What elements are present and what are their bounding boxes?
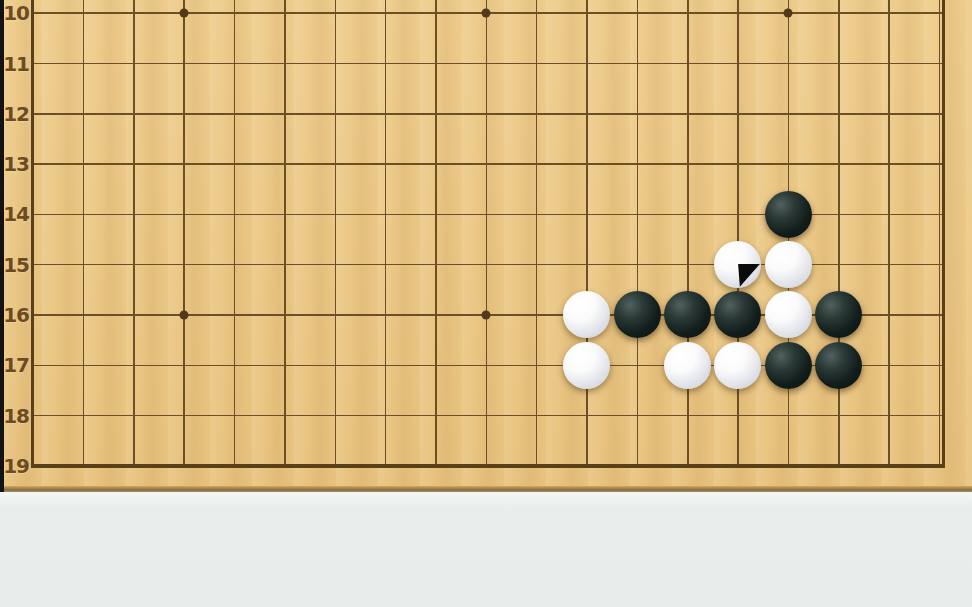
intersection-R11[interactable]	[814, 38, 864, 88]
intersection-J10[interactable]	[411, 0, 461, 38]
intersection-R19[interactable]	[814, 441, 864, 491]
intersection-B19[interactable]	[58, 441, 108, 491]
intersection-M15[interactable]	[562, 239, 612, 289]
intersection-E10[interactable]	[209, 0, 259, 38]
intersection-P18[interactable]	[713, 390, 763, 440]
intersection-Q10[interactable]	[763, 0, 813, 38]
intersection-K11[interactable]	[461, 38, 511, 88]
intersection-S17[interactable]	[864, 340, 914, 390]
intersection-K12[interactable]	[461, 89, 511, 139]
intersection-N13[interactable]	[612, 139, 662, 189]
intersection-K17[interactable]	[461, 340, 511, 390]
intersection-R10[interactable]	[814, 0, 864, 38]
intersection-P17	[713, 340, 763, 390]
intersection-P10[interactable]	[713, 0, 763, 38]
intersection-K13[interactable]	[461, 139, 511, 189]
intersection-A15[interactable]	[8, 239, 58, 289]
intersection-S12[interactable]	[864, 89, 914, 139]
intersection-O17	[662, 340, 712, 390]
intersection-Q13[interactable]	[763, 139, 813, 189]
intersection-J18[interactable]	[411, 390, 461, 440]
white-stone-M16	[563, 291, 610, 338]
intersection-F16[interactable]	[260, 290, 310, 340]
intersection-M19[interactable]	[562, 441, 612, 491]
intersection-H14[interactable]	[360, 189, 410, 239]
intersection-L19[interactable]	[511, 441, 561, 491]
intersection-E14[interactable]	[209, 189, 259, 239]
intersection-G13[interactable]	[310, 139, 360, 189]
intersection-N15[interactable]	[612, 239, 662, 289]
intersection-M13[interactable]	[562, 139, 612, 189]
intersection-D12[interactable]	[159, 89, 209, 139]
intersection-J15[interactable]	[411, 239, 461, 289]
black-stone-Q14	[765, 191, 812, 238]
intersection-T10[interactable]	[914, 0, 964, 38]
intersection-A18[interactable]	[8, 390, 58, 440]
intersection-D18[interactable]	[159, 390, 209, 440]
intersection-C12[interactable]	[109, 89, 159, 139]
intersection-J19[interactable]	[411, 441, 461, 491]
intersection-Q18[interactable]	[763, 390, 813, 440]
black-stone-P16	[714, 291, 761, 338]
intersection-H17[interactable]	[360, 340, 410, 390]
intersection-D11[interactable]	[159, 38, 209, 88]
black-stone-R16	[815, 291, 862, 338]
intersection-C19[interactable]	[109, 441, 159, 491]
white-stone-Q16	[765, 291, 812, 338]
intersection-E17[interactable]	[209, 340, 259, 390]
intersection-M12[interactable]	[562, 89, 612, 139]
black-stone-N16	[614, 291, 661, 338]
intersection-G16[interactable]	[310, 290, 360, 340]
intersection-O10[interactable]	[662, 0, 712, 38]
intersection-T15[interactable]	[914, 239, 964, 289]
intersection-C15[interactable]	[109, 239, 159, 289]
intersection-R18[interactable]	[814, 390, 864, 440]
intersection-G15[interactable]	[310, 239, 360, 289]
intersection-M10[interactable]	[562, 0, 612, 38]
intersection-K15[interactable]	[461, 239, 511, 289]
intersection-C10[interactable]	[109, 0, 159, 38]
intersection-L12[interactable]	[511, 89, 561, 139]
black-stone-R17	[815, 342, 862, 389]
intersection-T16[interactable]	[914, 290, 964, 340]
intersection-Q12[interactable]	[763, 89, 813, 139]
intersection-J12[interactable]	[411, 89, 461, 139]
intersection-L11[interactable]	[511, 38, 561, 88]
intersection-F13[interactable]	[260, 139, 310, 189]
intersection-N16	[612, 290, 662, 340]
intersection-T13[interactable]	[914, 139, 964, 189]
black-stone-Q17	[765, 342, 812, 389]
intersection-F12[interactable]	[260, 89, 310, 139]
intersection-A11[interactable]	[8, 38, 58, 88]
intersection-Q15	[763, 239, 813, 289]
intersection-B12[interactable]	[58, 89, 108, 139]
intersection-B16[interactable]	[58, 290, 108, 340]
intersection-O12[interactable]	[662, 89, 712, 139]
intersection-O19[interactable]	[662, 441, 712, 491]
intersection-A19[interactable]	[8, 441, 58, 491]
intersection-O15[interactable]	[662, 239, 712, 289]
intersection-E16[interactable]	[209, 290, 259, 340]
intersection-G14[interactable]	[310, 189, 360, 239]
bottom-panel	[0, 492, 972, 607]
intersection-H19[interactable]	[360, 441, 410, 491]
intersection-S18[interactable]	[864, 390, 914, 440]
intersection-J13[interactable]	[411, 139, 461, 189]
intersection-E11[interactable]	[209, 38, 259, 88]
intersection-D19[interactable]	[159, 441, 209, 491]
intersection-S10[interactable]	[864, 0, 914, 38]
intersection-M11[interactable]	[562, 38, 612, 88]
intersection-E13[interactable]	[209, 139, 259, 189]
intersection-B15[interactable]	[58, 239, 108, 289]
intersection-A16[interactable]	[8, 290, 58, 340]
intersection-J16[interactable]	[411, 290, 461, 340]
intersection-S15[interactable]	[864, 239, 914, 289]
intersection-H10[interactable]	[360, 0, 410, 38]
intersection-G18[interactable]	[310, 390, 360, 440]
intersection-L15[interactable]	[511, 239, 561, 289]
intersection-N18[interactable]	[612, 390, 662, 440]
intersection-K18[interactable]	[461, 390, 511, 440]
intersection-J17[interactable]	[411, 340, 461, 390]
intersection-T12[interactable]	[914, 89, 964, 139]
intersection-N17[interactable]	[612, 340, 662, 390]
intersection-G17[interactable]	[310, 340, 360, 390]
intersection-R14[interactable]	[814, 189, 864, 239]
intersection-N11[interactable]	[612, 38, 662, 88]
intersection-E15[interactable]	[209, 239, 259, 289]
intersection-M16	[562, 290, 612, 340]
intersection-G12[interactable]	[310, 89, 360, 139]
intersection-L10[interactable]	[511, 0, 561, 38]
intersection-M14[interactable]	[562, 189, 612, 239]
white-stone-P17	[714, 342, 761, 389]
intersection-G11[interactable]	[310, 38, 360, 88]
intersection-N12[interactable]	[612, 89, 662, 139]
intersection-H13[interactable]	[360, 139, 410, 189]
intersection-R13[interactable]	[814, 139, 864, 189]
intersection-N14[interactable]	[612, 189, 662, 239]
intersection-S11[interactable]	[864, 38, 914, 88]
intersection-J14[interactable]	[411, 189, 461, 239]
intersection-S19[interactable]	[864, 441, 914, 491]
intersection-G19[interactable]	[310, 441, 360, 491]
intersection-S13[interactable]	[864, 139, 914, 189]
intersection-E12[interactable]	[209, 89, 259, 139]
intersection-R12[interactable]	[814, 89, 864, 139]
intersection-N19[interactable]	[612, 441, 662, 491]
intersection-O14[interactable]	[662, 189, 712, 239]
intersection-O16	[662, 290, 712, 340]
intersection-H11[interactable]	[360, 38, 410, 88]
app-screen: 10111213141516171819	[0, 0, 972, 607]
intersection-O13[interactable]	[662, 139, 712, 189]
intersection-Q16	[763, 290, 813, 340]
intersection-M18[interactable]	[562, 390, 612, 440]
intersection-C11[interactable]	[109, 38, 159, 88]
intersection-P13[interactable]	[713, 139, 763, 189]
intersection-T11[interactable]	[914, 38, 964, 88]
intersection-E18[interactable]	[209, 390, 259, 440]
intersection-B13[interactable]	[58, 139, 108, 189]
intersection-Q11[interactable]	[763, 38, 813, 88]
intersection-P19[interactable]	[713, 441, 763, 491]
intersection-P11[interactable]	[713, 38, 763, 88]
intersection-Q14	[763, 189, 813, 239]
intersection-Q19[interactable]	[763, 441, 813, 491]
intersection-S14[interactable]	[864, 189, 914, 239]
intersection-T19[interactable]	[914, 441, 964, 491]
intersection-R15[interactable]	[814, 239, 864, 289]
intersection-D13[interactable]	[159, 139, 209, 189]
intersection-Q17	[763, 340, 813, 390]
intersection-T14[interactable]	[914, 189, 964, 239]
go-board[interactable]: 10111213141516171819	[0, 0, 972, 489]
intersection-T18[interactable]	[914, 390, 964, 440]
intersection-F11[interactable]	[260, 38, 310, 88]
intersection-A14[interactable]	[8, 189, 58, 239]
letterbox-bar	[0, 0, 4, 492]
intersection-D14[interactable]	[159, 189, 209, 239]
intersection-H12[interactable]	[360, 89, 410, 139]
intersection-B17[interactable]	[58, 340, 108, 390]
intersection-D16[interactable]	[159, 290, 209, 340]
intersection-R16	[814, 290, 864, 340]
intersection-H18[interactable]	[360, 390, 410, 440]
intersection-E19[interactable]	[209, 441, 259, 491]
intersection-L13[interactable]	[511, 139, 561, 189]
white-stone-M17	[563, 342, 610, 389]
intersection-L18[interactable]	[511, 390, 561, 440]
intersection-C17[interactable]	[109, 340, 159, 390]
intersection-L17[interactable]	[511, 340, 561, 390]
intersection-F10[interactable]	[260, 0, 310, 38]
intersection-B18[interactable]	[58, 390, 108, 440]
intersection-L16[interactable]	[511, 290, 561, 340]
white-stone-O17	[664, 342, 711, 389]
intersection-O18[interactable]	[662, 390, 712, 440]
intersection-O11[interactable]	[662, 38, 712, 88]
intersection-A13[interactable]	[8, 139, 58, 189]
intersection-R17	[814, 340, 864, 390]
black-stone-O16	[664, 291, 711, 338]
intersection-L14[interactable]	[511, 189, 561, 239]
intersection-G10[interactable]	[310, 0, 360, 38]
intersection-F17[interactable]	[260, 340, 310, 390]
intersection-F19[interactable]	[260, 441, 310, 491]
intersection-S16[interactable]	[864, 290, 914, 340]
stones-grid	[8, 0, 965, 491]
intersection-N10[interactable]	[612, 0, 662, 38]
intersection-P14[interactable]	[713, 189, 763, 239]
intersection-A17[interactable]	[8, 340, 58, 390]
intersection-B11[interactable]	[58, 38, 108, 88]
intersection-K16[interactable]	[461, 290, 511, 340]
intersection-J11[interactable]	[411, 38, 461, 88]
intersection-C13[interactable]	[109, 139, 159, 189]
intersection-C18[interactable]	[109, 390, 159, 440]
intersection-A12[interactable]	[8, 89, 58, 139]
intersection-F14[interactable]	[260, 189, 310, 239]
intersection-D10[interactable]	[159, 0, 209, 38]
intersection-T17[interactable]	[914, 340, 964, 390]
intersection-C14[interactable]	[109, 189, 159, 239]
intersection-H15[interactable]	[360, 239, 410, 289]
intersection-D15[interactable]	[159, 239, 209, 289]
intersection-P16	[713, 290, 763, 340]
intersection-P12[interactable]	[713, 89, 763, 139]
white-stone-Q15	[765, 241, 812, 288]
intersection-K10[interactable]	[461, 0, 511, 38]
intersection-C16[interactable]	[109, 290, 159, 340]
intersection-B14[interactable]	[58, 189, 108, 239]
intersection-F18[interactable]	[260, 390, 310, 440]
intersection-F15[interactable]	[260, 239, 310, 289]
intersection-K19[interactable]	[461, 441, 511, 491]
intersection-K14[interactable]	[461, 189, 511, 239]
intersection-A10[interactable]	[8, 0, 58, 38]
intersection-B10[interactable]	[58, 0, 108, 38]
intersection-D17[interactable]	[159, 340, 209, 390]
intersection-M17	[562, 340, 612, 390]
intersection-H16[interactable]	[360, 290, 410, 340]
